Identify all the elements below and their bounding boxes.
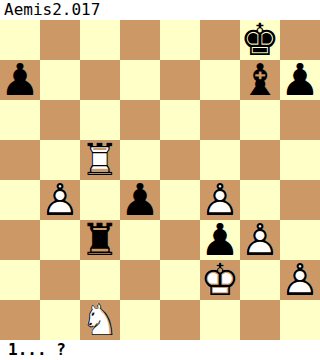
white-rook-icon: ♜♖ <box>80 140 120 180</box>
square-d1[interactable] <box>120 300 160 340</box>
square-h7[interactable]: ♟ <box>280 60 320 100</box>
square-d3[interactable] <box>120 220 160 260</box>
square-b8[interactable] <box>40 20 80 60</box>
square-e6[interactable] <box>160 100 200 140</box>
square-d4[interactable]: ♟ <box>120 180 160 220</box>
chess-diagram: Aemis2.017 ♚♟♝♟♜♖♟♙♟♟♙♜♟♟♙♚♔♟♙♞♘ 1... ? <box>0 0 320 360</box>
chess-board: ♚♟♝♟♜♖♟♙♟♟♙♜♟♟♙♚♔♟♙♞♘ <box>0 20 320 340</box>
square-e8[interactable] <box>160 20 200 60</box>
white-pawn-icon: ♟♙ <box>40 180 80 220</box>
square-a2[interactable] <box>0 260 40 300</box>
square-e2[interactable] <box>160 260 200 300</box>
square-f8[interactable] <box>200 20 240 60</box>
square-c8[interactable] <box>80 20 120 60</box>
square-f6[interactable] <box>200 100 240 140</box>
square-h2[interactable]: ♟♙ <box>280 260 320 300</box>
white-knight-icon: ♞♘ <box>80 300 120 340</box>
black-pawn-icon: ♟ <box>280 60 320 100</box>
square-e7[interactable] <box>160 60 200 100</box>
square-g7[interactable]: ♝ <box>240 60 280 100</box>
square-e4[interactable] <box>160 180 200 220</box>
square-f7[interactable] <box>200 60 240 100</box>
black-pawn-icon: ♟ <box>120 180 160 220</box>
square-d2[interactable] <box>120 260 160 300</box>
square-g5[interactable] <box>240 140 280 180</box>
square-b6[interactable] <box>40 100 80 140</box>
square-a7[interactable]: ♟ <box>0 60 40 100</box>
square-e3[interactable] <box>160 220 200 260</box>
move-prompt: 1... ? <box>0 340 320 360</box>
square-a3[interactable] <box>0 220 40 260</box>
white-pawn-icon: ♟♙ <box>280 260 320 300</box>
square-d8[interactable] <box>120 20 160 60</box>
square-d7[interactable] <box>120 60 160 100</box>
square-h5[interactable] <box>280 140 320 180</box>
square-c3[interactable]: ♜ <box>80 220 120 260</box>
black-rook-icon: ♜ <box>80 220 120 260</box>
square-b3[interactable] <box>40 220 80 260</box>
white-pawn-icon: ♟♙ <box>240 220 280 260</box>
square-d6[interactable] <box>120 100 160 140</box>
square-g2[interactable] <box>240 260 280 300</box>
square-h1[interactable] <box>280 300 320 340</box>
square-c1[interactable]: ♞♘ <box>80 300 120 340</box>
square-g6[interactable] <box>240 100 280 140</box>
white-king-icon: ♚♔ <box>200 260 240 300</box>
square-a5[interactable] <box>0 140 40 180</box>
square-f2[interactable]: ♚♔ <box>200 260 240 300</box>
square-b2[interactable] <box>40 260 80 300</box>
square-e5[interactable] <box>160 140 200 180</box>
black-pawn-icon: ♟ <box>0 60 40 100</box>
square-a1[interactable] <box>0 300 40 340</box>
square-f1[interactable] <box>200 300 240 340</box>
square-a6[interactable] <box>0 100 40 140</box>
square-h6[interactable] <box>280 100 320 140</box>
square-e1[interactable] <box>160 300 200 340</box>
square-b4[interactable]: ♟♙ <box>40 180 80 220</box>
square-g3[interactable]: ♟♙ <box>240 220 280 260</box>
black-bishop-icon: ♝ <box>240 60 280 100</box>
square-b1[interactable] <box>40 300 80 340</box>
square-c5[interactable]: ♜♖ <box>80 140 120 180</box>
square-b7[interactable] <box>40 60 80 100</box>
square-g1[interactable] <box>240 300 280 340</box>
square-c7[interactable] <box>80 60 120 100</box>
square-a4[interactable] <box>0 180 40 220</box>
square-h4[interactable] <box>280 180 320 220</box>
